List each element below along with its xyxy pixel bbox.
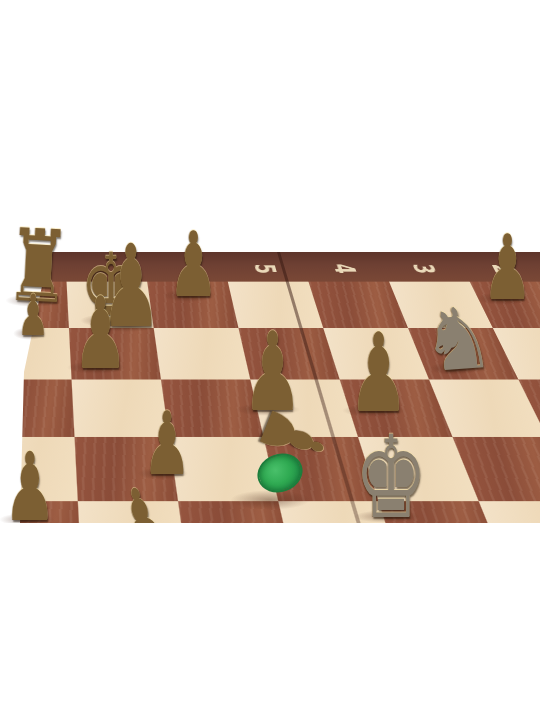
pawn-glyph: ♟ — [67, 284, 132, 384]
pawn-glyph: ♟ — [0, 440, 61, 523]
chess-piece-officer-king-dark: ♚ — [331, 421, 451, 523]
piece-shadow — [230, 490, 310, 510]
chess-piece-soldier-pawn-c: ♟ — [48, 284, 153, 384]
king-glyph: ♚ — [348, 421, 434, 523]
chess-piece-soldier-pawn-i: ♟ — [99, 478, 184, 523]
chessboard-product-photo: 5432 ♟♟♜♚♟♟♟♞♟♟♟♚♟♟♟ — [0, 0, 540, 720]
pawn-glyph: ♟ — [106, 473, 177, 523]
pieces-layer: ♟♟♜♚♟♟♟♞♟♟♟♚♟♟♟ — [0, 0, 540, 523]
chess-piece-soldier-pawn-h: ♟ — [0, 440, 80, 523]
pawn-glyph: ♟ — [14, 287, 51, 344]
